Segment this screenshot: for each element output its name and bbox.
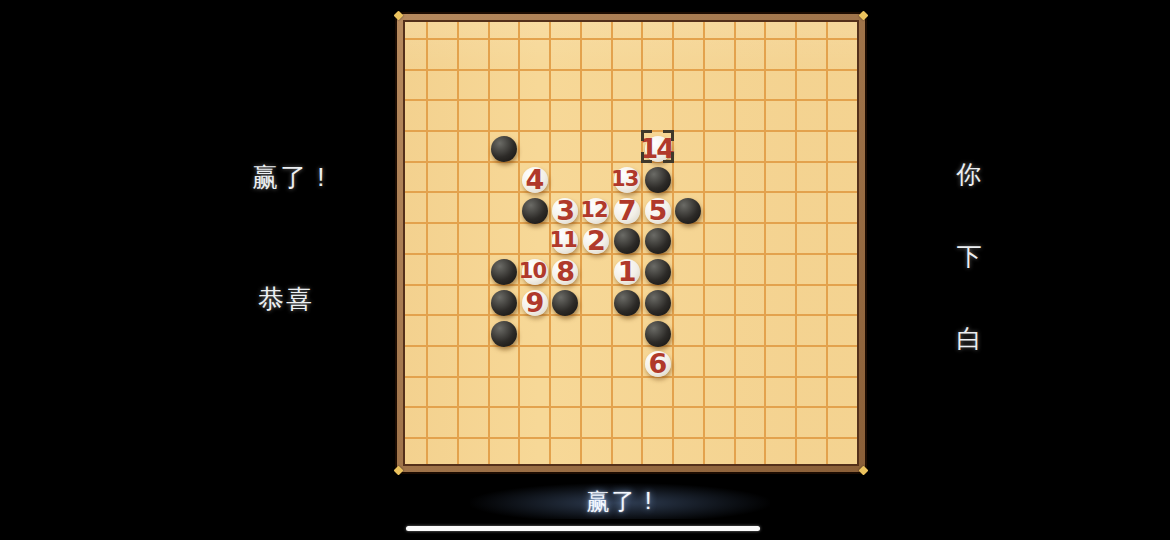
black-stone [491, 259, 517, 285]
frame-corner-ornament [859, 11, 869, 21]
white-stone: 14 [645, 136, 671, 162]
cell-10-13[interactable] [797, 316, 828, 347]
cell-14-4[interactable] [520, 439, 551, 464]
cell-12-5[interactable] [551, 378, 582, 409]
move-number: 10 [519, 261, 546, 282]
cell-3-12[interactable] [766, 101, 797, 132]
cell-14-1[interactable] [428, 439, 459, 464]
cell-6-14[interactable] [828, 193, 857, 224]
cell-8-14[interactable] [828, 255, 857, 286]
cell-11-6[interactable] [582, 347, 613, 378]
cell-13-10[interactable] [705, 408, 736, 439]
cell-9-14[interactable] [828, 286, 857, 317]
cell-4-0[interactable] [405, 132, 428, 163]
cell-5-5[interactable] [551, 163, 582, 194]
cell-11-1[interactable] [428, 347, 459, 378]
black-stone [645, 228, 671, 254]
cell-13-13[interactable] [797, 408, 828, 439]
move-number: 4 [526, 166, 543, 193]
cell-8-6[interactable] [582, 255, 613, 286]
cell-2-0[interactable] [405, 71, 428, 102]
cell-5-4[interactable]: 4 [520, 163, 551, 194]
move-number: 7 [618, 197, 635, 224]
cell-8-10[interactable] [705, 255, 736, 286]
cell-14-11[interactable] [736, 439, 767, 464]
cell-1-12[interactable] [766, 40, 797, 71]
cell-8-5[interactable]: 8 [551, 255, 582, 286]
cell-3-2[interactable] [459, 101, 490, 132]
right-label-play: 下 [946, 240, 994, 273]
cell-4-6[interactable] [582, 132, 613, 163]
cell-9-3[interactable] [490, 286, 521, 317]
cell-6-4[interactable] [520, 193, 551, 224]
cell-0-11[interactable] [736, 22, 767, 40]
cell-7-2[interactable] [459, 224, 490, 255]
cell-8-11[interactable] [736, 255, 767, 286]
cell-6-1[interactable] [428, 193, 459, 224]
cell-11-0[interactable] [405, 347, 428, 378]
cell-8-1[interactable] [428, 255, 459, 286]
cell-4-4[interactable] [520, 132, 551, 163]
cell-12-4[interactable] [520, 378, 551, 409]
cell-3-4[interactable] [520, 101, 551, 132]
cell-10-2[interactable] [459, 316, 490, 347]
cell-5-9[interactable] [674, 163, 705, 194]
cell-2-8[interactable] [643, 71, 674, 102]
move-number: 1 [618, 258, 635, 285]
cell-4-9[interactable] [674, 132, 705, 163]
cell-2-9[interactable] [674, 71, 705, 102]
gomoku-board: 1441331275112108196 [395, 12, 867, 474]
cell-3-3[interactable] [490, 101, 521, 132]
cell-3-1[interactable] [428, 101, 459, 132]
bottom-message: 赢了 ! [587, 486, 654, 517]
cell-9-6[interactable] [582, 286, 613, 317]
cell-9-7[interactable] [613, 286, 644, 317]
white-stone: 5 [645, 198, 671, 224]
cell-5-3[interactable] [490, 163, 521, 194]
cell-9-1[interactable] [428, 286, 459, 317]
cell-11-11[interactable] [736, 347, 767, 378]
cell-10-10[interactable] [705, 316, 736, 347]
cell-2-3[interactable] [490, 71, 521, 102]
cell-9-5[interactable] [551, 286, 582, 317]
cell-2-6[interactable] [582, 71, 613, 102]
frame-corner-ornament [394, 11, 404, 21]
cell-6-9[interactable] [674, 193, 705, 224]
cell-3-11[interactable] [736, 101, 767, 132]
cell-11-13[interactable] [797, 347, 828, 378]
black-stone [645, 290, 671, 316]
cell-1-5[interactable] [551, 40, 582, 71]
cell-8-3[interactable] [490, 255, 521, 286]
cell-11-3[interactable] [490, 347, 521, 378]
cell-8-2[interactable] [459, 255, 490, 286]
cell-7-7[interactable] [613, 224, 644, 255]
cell-13-9[interactable] [674, 408, 705, 439]
cell-9-8[interactable] [643, 286, 674, 317]
white-stone: 2 [583, 228, 609, 254]
black-stone [645, 321, 671, 347]
cell-7-12[interactable] [766, 224, 797, 255]
cell-2-1[interactable] [428, 71, 459, 102]
cell-9-13[interactable] [797, 286, 828, 317]
cell-6-6[interactable]: 12 [582, 193, 613, 224]
cell-5-11[interactable] [736, 163, 767, 194]
cell-8-0[interactable] [405, 255, 428, 286]
cell-4-11[interactable] [736, 132, 767, 163]
cell-12-10[interactable] [705, 378, 736, 409]
cell-10-5[interactable] [551, 316, 582, 347]
cell-11-7[interactable] [613, 347, 644, 378]
cell-1-0[interactable] [405, 40, 428, 71]
cell-2-11[interactable] [736, 71, 767, 102]
cell-10-12[interactable] [766, 316, 797, 347]
cell-12-6[interactable] [582, 378, 613, 409]
move-number: 8 [556, 258, 573, 285]
move-number: 14 [639, 135, 673, 162]
cell-6-10[interactable] [705, 193, 736, 224]
cell-5-8[interactable] [643, 163, 674, 194]
cell-3-8[interactable] [643, 101, 674, 132]
cell-1-7[interactable] [613, 40, 644, 71]
cell-14-6[interactable] [582, 439, 613, 464]
cell-10-4[interactable] [520, 316, 551, 347]
bottom-toast: 赢了 ! [470, 483, 770, 519]
cell-1-11[interactable] [736, 40, 767, 71]
home-indicator[interactable] [406, 526, 760, 531]
cell-13-12[interactable] [766, 408, 797, 439]
white-stone: 4 [522, 167, 548, 193]
cell-0-10[interactable] [705, 22, 736, 40]
cell-6-2[interactable] [459, 193, 490, 224]
cell-8-9[interactable] [674, 255, 705, 286]
cell-6-11[interactable] [736, 193, 767, 224]
cell-4-12[interactable] [766, 132, 797, 163]
cell-4-2[interactable] [459, 132, 490, 163]
white-stone: 8 [552, 259, 578, 285]
cell-5-6[interactable] [582, 163, 613, 194]
cell-12-0[interactable] [405, 378, 428, 409]
cell-0-6[interactable] [582, 22, 613, 40]
cell-0-0[interactable] [405, 22, 428, 40]
cell-0-12[interactable] [766, 22, 797, 40]
cell-10-0[interactable] [405, 316, 428, 347]
cell-11-9[interactable] [674, 347, 705, 378]
cell-4-5[interactable] [551, 132, 582, 163]
cell-11-14[interactable] [828, 347, 857, 378]
cell-6-3[interactable] [490, 193, 521, 224]
cell-10-6[interactable] [582, 316, 613, 347]
cell-13-0[interactable] [405, 408, 428, 439]
cell-13-5[interactable] [551, 408, 582, 439]
cell-11-12[interactable] [766, 347, 797, 378]
white-stone: 1 [614, 259, 640, 285]
cell-4-10[interactable] [705, 132, 736, 163]
move-number: 13 [611, 169, 638, 190]
cell-8-12[interactable] [766, 255, 797, 286]
cell-3-14[interactable] [828, 101, 857, 132]
white-stone: 13 [614, 167, 640, 193]
cell-8-13[interactable] [797, 255, 828, 286]
cell-8-7[interactable]: 1 [613, 255, 644, 286]
cell-12-8[interactable] [643, 378, 674, 409]
move-number: 11 [550, 231, 577, 252]
board-surface: 1441331275112108196 [403, 20, 859, 466]
move-number: 12 [580, 200, 607, 221]
cell-0-7[interactable] [613, 22, 644, 40]
cell-1-13[interactable] [797, 40, 828, 71]
cell-7-3[interactable] [490, 224, 521, 255]
cell-2-13[interactable] [797, 71, 828, 102]
move-number: 3 [556, 197, 573, 224]
white-stone: 6 [645, 351, 671, 377]
left-message-congrats: 恭喜 [258, 282, 314, 317]
cell-11-10[interactable] [705, 347, 736, 378]
cell-4-3[interactable] [490, 132, 521, 163]
cell-6-5[interactable]: 3 [551, 193, 582, 224]
white-stone: 7 [614, 198, 640, 224]
cell-5-14[interactable] [828, 163, 857, 194]
cell-3-10[interactable] [705, 101, 736, 132]
cell-0-3[interactable] [490, 22, 521, 40]
cell-9-0[interactable] [405, 286, 428, 317]
cell-13-7[interactable] [613, 408, 644, 439]
cell-4-8[interactable]: 14 [643, 132, 674, 163]
cell-0-2[interactable] [459, 22, 490, 40]
cell-6-7[interactable]: 7 [613, 193, 644, 224]
cell-1-9[interactable] [674, 40, 705, 71]
white-stone: 11 [552, 228, 578, 254]
cell-12-3[interactable] [490, 378, 521, 409]
cell-2-12[interactable] [766, 71, 797, 102]
cell-3-9[interactable] [674, 101, 705, 132]
cell-7-13[interactable] [797, 224, 828, 255]
cell-5-12[interactable] [766, 163, 797, 194]
cell-1-14[interactable] [828, 40, 857, 71]
cell-13-14[interactable] [828, 408, 857, 439]
black-stone [552, 290, 578, 316]
cell-3-13[interactable] [797, 101, 828, 132]
cell-13-2[interactable] [459, 408, 490, 439]
cell-10-14[interactable] [828, 316, 857, 347]
cell-5-2[interactable] [459, 163, 490, 194]
cell-12-1[interactable] [428, 378, 459, 409]
white-stone: 10 [522, 259, 548, 285]
cell-12-11[interactable] [736, 378, 767, 409]
cell-11-4[interactable] [520, 347, 551, 378]
left-message-won: 赢了 ! [252, 160, 326, 195]
cell-14-3[interactable] [490, 439, 521, 464]
cell-9-9[interactable] [674, 286, 705, 317]
cell-14-13[interactable] [797, 439, 828, 464]
cell-7-4[interactable] [520, 224, 551, 255]
cell-13-11[interactable] [736, 408, 767, 439]
cell-10-11[interactable] [736, 316, 767, 347]
cell-1-1[interactable] [428, 40, 459, 71]
white-stone: 12 [583, 198, 609, 224]
cell-7-5[interactable]: 11 [551, 224, 582, 255]
cell-11-5[interactable] [551, 347, 582, 378]
cell-1-4[interactable] [520, 40, 551, 71]
cell-10-7[interactable] [613, 316, 644, 347]
cell-0-1[interactable] [428, 22, 459, 40]
cell-5-1[interactable] [428, 163, 459, 194]
cell-10-9[interactable] [674, 316, 705, 347]
black-stone [491, 321, 517, 347]
cell-14-12[interactable] [766, 439, 797, 464]
black-stone [522, 198, 548, 224]
black-stone [675, 198, 701, 224]
cell-12-12[interactable] [766, 378, 797, 409]
move-number: 6 [649, 350, 666, 377]
cell-5-10[interactable] [705, 163, 736, 194]
cell-13-6[interactable] [582, 408, 613, 439]
black-stone [491, 136, 517, 162]
right-label-you: 你 [946, 158, 994, 191]
cell-10-8[interactable] [643, 316, 674, 347]
cell-14-8[interactable] [643, 439, 674, 464]
cell-6-13[interactable] [797, 193, 828, 224]
cell-0-14[interactable] [828, 22, 857, 40]
cell-1-10[interactable] [705, 40, 736, 71]
cell-11-2[interactable] [459, 347, 490, 378]
cell-2-2[interactable] [459, 71, 490, 102]
cell-2-14[interactable] [828, 71, 857, 102]
cell-12-9[interactable] [674, 378, 705, 409]
right-label-white: 白 [946, 322, 994, 355]
cell-5-0[interactable] [405, 163, 428, 194]
cell-9-12[interactable] [766, 286, 797, 317]
cell-1-2[interactable] [459, 40, 490, 71]
cell-14-2[interactable] [459, 439, 490, 464]
black-stone [645, 167, 671, 193]
move-number: 2 [587, 227, 604, 254]
cell-0-9[interactable] [674, 22, 705, 40]
cell-14-5[interactable] [551, 439, 582, 464]
cell-3-7[interactable] [613, 101, 644, 132]
black-stone [645, 259, 671, 285]
cell-0-4[interactable] [520, 22, 551, 40]
cell-7-6[interactable]: 2 [582, 224, 613, 255]
cell-8-8[interactable] [643, 255, 674, 286]
white-stone: 3 [552, 198, 578, 224]
cell-13-3[interactable] [490, 408, 521, 439]
cell-7-0[interactable] [405, 224, 428, 255]
board-grid: 1441331275112108196 [405, 22, 857, 464]
cell-4-13[interactable] [797, 132, 828, 163]
black-stone [614, 228, 640, 254]
cell-12-7[interactable] [613, 378, 644, 409]
cell-4-1[interactable] [428, 132, 459, 163]
cell-6-12[interactable] [766, 193, 797, 224]
cell-7-11[interactable] [736, 224, 767, 255]
cell-4-14[interactable] [828, 132, 857, 163]
white-stone: 9 [522, 290, 548, 316]
cell-7-9[interactable] [674, 224, 705, 255]
black-stone [614, 290, 640, 316]
cell-7-14[interactable] [828, 224, 857, 255]
cell-5-13[interactable] [797, 163, 828, 194]
cell-3-5[interactable] [551, 101, 582, 132]
cell-9-4[interactable]: 9 [520, 286, 551, 317]
cell-9-2[interactable] [459, 286, 490, 317]
cell-9-10[interactable] [705, 286, 736, 317]
cell-12-2[interactable] [459, 378, 490, 409]
cell-14-10[interactable] [705, 439, 736, 464]
move-number: 9 [526, 289, 543, 316]
cell-11-8[interactable]: 6 [643, 347, 674, 378]
cell-13-8[interactable] [643, 408, 674, 439]
cell-14-14[interactable] [828, 439, 857, 464]
cell-8-4[interactable]: 10 [520, 255, 551, 286]
cell-14-9[interactable] [674, 439, 705, 464]
frame-corner-ornament [394, 466, 404, 476]
cell-7-1[interactable] [428, 224, 459, 255]
cell-10-3[interactable] [490, 316, 521, 347]
frame-corner-ornament [859, 466, 869, 476]
cell-0-13[interactable] [797, 22, 828, 40]
cell-1-6[interactable] [582, 40, 613, 71]
cell-12-13[interactable] [797, 378, 828, 409]
cell-0-5[interactable] [551, 22, 582, 40]
cell-1-8[interactable] [643, 40, 674, 71]
cell-9-11[interactable] [736, 286, 767, 317]
cell-6-8[interactable]: 5 [643, 193, 674, 224]
cell-0-8[interactable] [643, 22, 674, 40]
cell-13-1[interactable] [428, 408, 459, 439]
move-number: 5 [649, 197, 666, 224]
cell-10-1[interactable] [428, 316, 459, 347]
black-stone [491, 290, 517, 316]
cell-14-7[interactable] [613, 439, 644, 464]
cell-2-7[interactable] [613, 71, 644, 102]
cell-5-7[interactable]: 13 [613, 163, 644, 194]
cell-13-4[interactable] [520, 408, 551, 439]
cell-1-3[interactable] [490, 40, 521, 71]
cell-12-14[interactable] [828, 378, 857, 409]
cell-7-8[interactable] [643, 224, 674, 255]
cell-14-0[interactable] [405, 439, 428, 464]
cell-2-4[interactable] [520, 71, 551, 102]
cell-6-0[interactable] [405, 193, 428, 224]
cell-3-6[interactable] [582, 101, 613, 132]
cell-2-5[interactable] [551, 71, 582, 102]
cell-7-10[interactable] [705, 224, 736, 255]
cell-2-10[interactable] [705, 71, 736, 102]
cell-3-0[interactable] [405, 101, 428, 132]
